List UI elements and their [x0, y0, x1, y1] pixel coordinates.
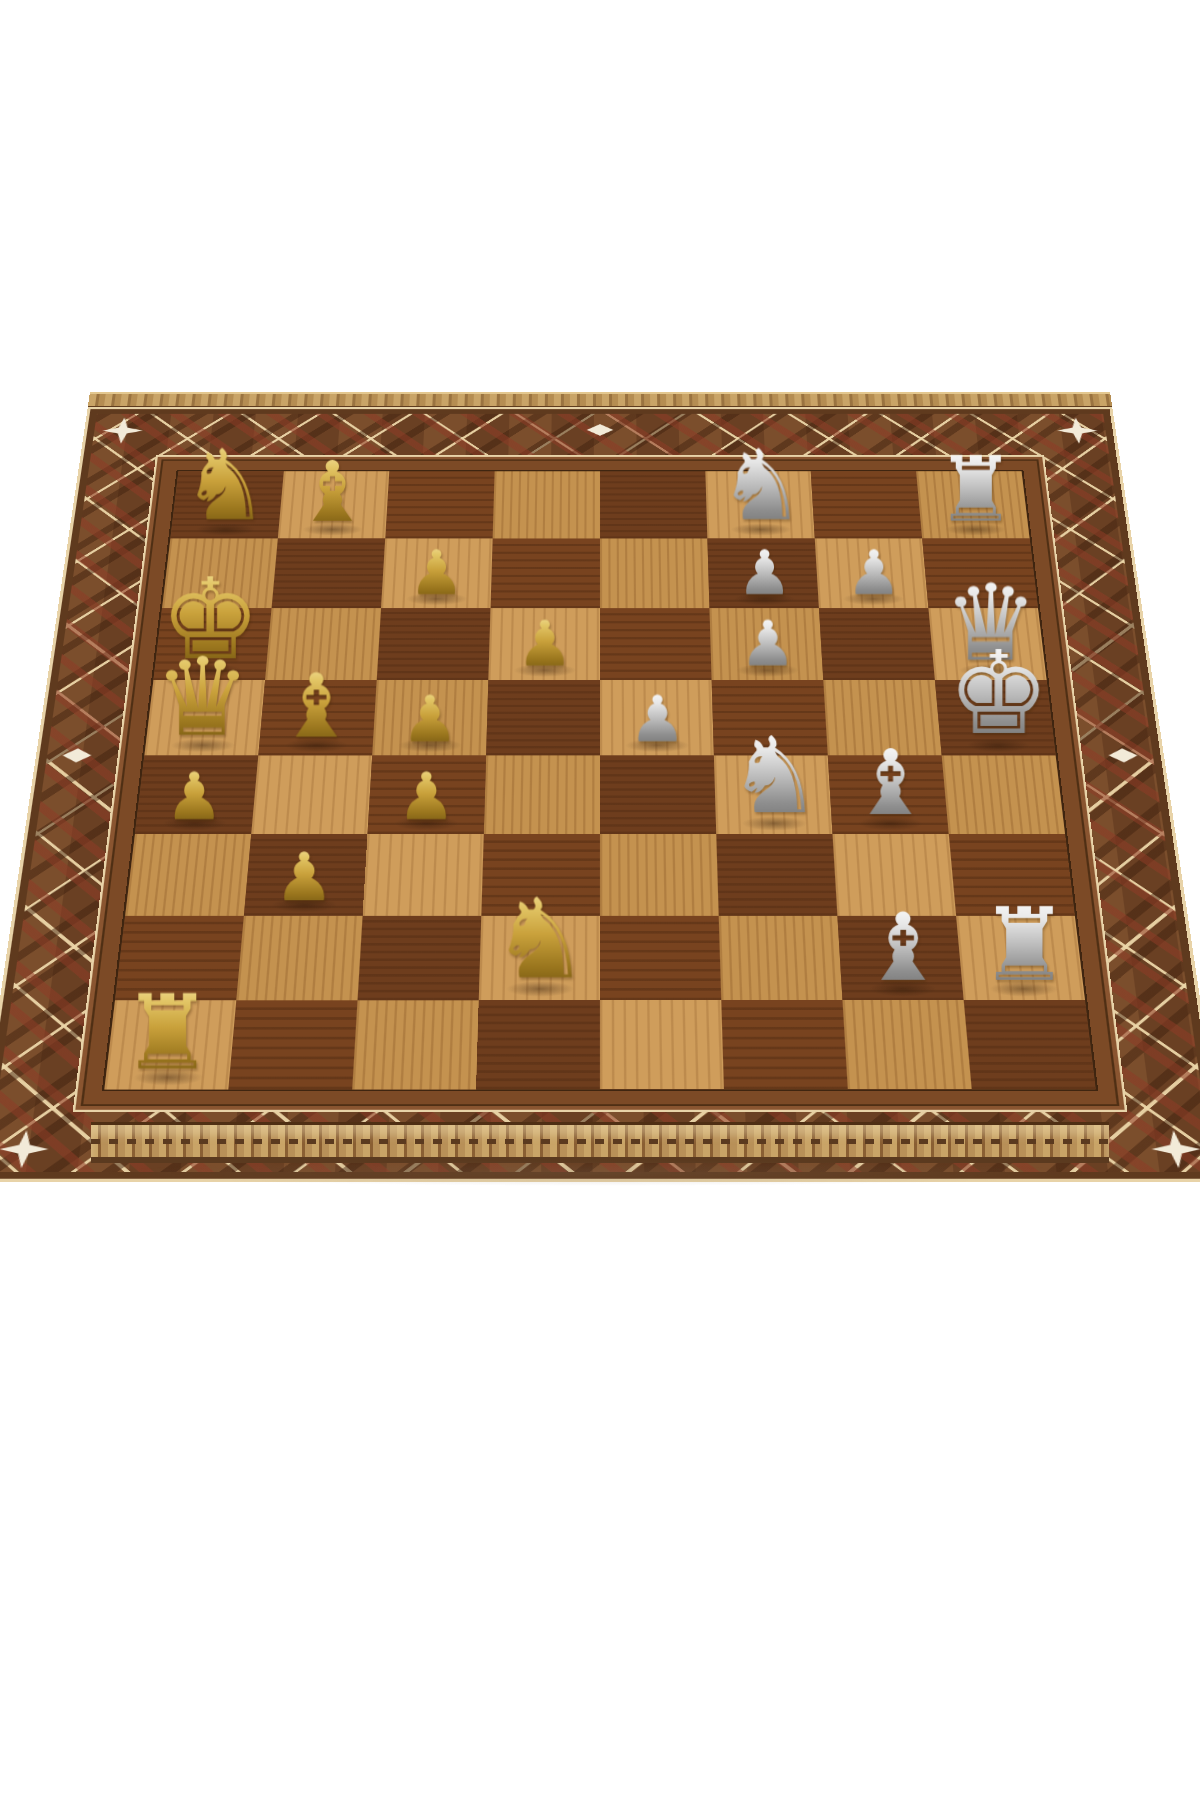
square-d7[interactable]: [491, 538, 600, 608]
square-b3[interactable]: ♟: [244, 834, 368, 916]
square-e7[interactable]: [600, 538, 709, 608]
square-g7[interactable]: ♟: [815, 538, 929, 608]
pearl-star-inlay: [1149, 1130, 1200, 1168]
pearl-diamond-inlay: [1108, 748, 1139, 762]
inner-frame: ♞♝♞♜♟♟♟♚♟♟♛♛♝♟♟♚♟♟♞♝♟♞♝♜♜: [73, 455, 1128, 1111]
square-d2[interactable]: ♞: [479, 915, 600, 1000]
piece-silver-knight-f4[interactable]: ♞: [727, 723, 822, 829]
square-h1[interactable]: [964, 1001, 1096, 1090]
square-e5[interactable]: ♟: [600, 680, 714, 755]
square-a8[interactable]: ♞: [170, 471, 283, 538]
square-d8[interactable]: [493, 471, 600, 538]
square-c2[interactable]: [358, 915, 482, 1000]
piece-silver-bishop-g2[interactable]: ♝: [861, 901, 945, 995]
piece-gold-bishop-b8[interactable]: ♝: [295, 451, 370, 534]
square-f3[interactable]: [716, 834, 837, 916]
square-f6[interactable]: ♟: [709, 608, 823, 680]
piece-silver-pawn-f7[interactable]: ♟: [736, 542, 791, 604]
piece-gold-pawn-b3[interactable]: ♟: [274, 844, 334, 911]
piece-silver-pawn-g7[interactable]: ♟: [846, 542, 901, 604]
square-g4[interactable]: ♝: [828, 755, 949, 833]
square-f8[interactable]: ♞: [705, 471, 814, 538]
piece-silver-rook-h8[interactable]: ♜: [935, 445, 1015, 535]
piece-gold-knight-a8[interactable]: ♞: [181, 436, 269, 534]
square-e2[interactable]: [600, 915, 721, 1000]
piece-silver-rook-h2[interactable]: ♜: [978, 894, 1069, 995]
square-f2[interactable]: [719, 915, 843, 1000]
pearl-star-inlay: [1055, 418, 1099, 444]
piece-gold-rook-a1[interactable]: ♜: [121, 981, 214, 1084]
pearl-diamond-inlay: [587, 424, 613, 436]
piece-silver-king-h5[interactable]: ♚: [947, 636, 1050, 751]
pearl-diamond-inlay: [62, 748, 93, 762]
product-photo-page: ♞♝♞♜♟♟♟♚♟♟♛♛♝♟♟♚♟♟♞♝♟♞♝♜♜: [0, 0, 1200, 1800]
square-d1[interactable]: [476, 1001, 600, 1090]
piece-gold-pawn-c7[interactable]: ♟: [408, 542, 463, 604]
square-b8[interactable]: ♝: [278, 471, 389, 538]
square-g2[interactable]: ♝: [837, 915, 963, 1000]
square-c8[interactable]: [385, 471, 494, 538]
square-c1[interactable]: [352, 1001, 479, 1090]
square-e4[interactable]: [600, 755, 716, 833]
board-far-edge: [88, 392, 1113, 407]
chessboard: ♞♝♞♜♟♟♟♚♟♟♛♛♝♟♟♚♟♟♞♝♟♞♝♜♜: [0, 392, 1200, 1201]
piece-gold-pawn-a4[interactable]: ♟: [164, 764, 223, 829]
pearl-star-inlay: [101, 418, 145, 444]
piece-gold-queen-a5[interactable]: ♛: [153, 643, 250, 751]
square-g1[interactable]: [842, 1001, 971, 1090]
piece-gold-pawn-c5[interactable]: ♟: [401, 687, 458, 751]
square-e3[interactable]: [600, 834, 719, 916]
board-shadow: [100, 1160, 1100, 1186]
square-c3[interactable]: [363, 834, 484, 916]
square-b2[interactable]: [236, 915, 362, 1000]
square-c6[interactable]: [377, 608, 491, 680]
square-b7[interactable]: [272, 538, 386, 608]
checker-grid: ♞♝♞♜♟♟♟♚♟♟♛♛♝♟♟♚♟♟♞♝♟♞♝♜♜: [104, 471, 1095, 1089]
square-f7[interactable]: ♟: [707, 538, 819, 608]
piece-gold-pawn-c4[interactable]: ♟: [397, 764, 456, 829]
square-e1[interactable]: [600, 1001, 724, 1090]
square-d6[interactable]: ♟: [488, 608, 600, 680]
board-side-edge: [91, 1122, 1109, 1163]
square-d5[interactable]: [486, 680, 600, 755]
piece-silver-knight-f8[interactable]: ♞: [717, 436, 805, 534]
piece-gold-pawn-d6[interactable]: ♟: [516, 613, 572, 676]
square-e6[interactable]: [600, 608, 712, 680]
square-g8[interactable]: [811, 471, 922, 538]
square-h4[interactable]: [942, 755, 1065, 833]
piece-gold-bishop-b5[interactable]: ♝: [276, 662, 355, 750]
square-a4[interactable]: ♟: [135, 755, 258, 833]
piece-gold-knight-d2[interactable]: ♞: [490, 885, 589, 996]
square-c7[interactable]: ♟: [381, 538, 493, 608]
square-d4[interactable]: [484, 755, 600, 833]
square-b4[interactable]: [251, 755, 372, 833]
square-c4[interactable]: ♟: [368, 755, 487, 833]
piece-silver-bishop-g4[interactable]: ♝: [850, 739, 931, 829]
piece-silver-pawn-f6[interactable]: ♟: [739, 613, 795, 676]
square-c5[interactable]: ♟: [372, 680, 488, 755]
square-h8[interactable]: ♜: [916, 471, 1029, 538]
mosaic-border: ♞♝♞♜♟♟♟♚♟♟♛♛♝♟♟♚♟♟♞♝♟♞♝♜♜: [0, 407, 1200, 1181]
square-b1[interactable]: [228, 1001, 357, 1090]
square-f4[interactable]: ♞: [714, 755, 833, 833]
square-e8[interactable]: [600, 471, 707, 538]
piece-silver-pawn-e5[interactable]: ♟: [628, 687, 685, 751]
pearl-star-inlay: [0, 1130, 51, 1168]
square-g6[interactable]: [819, 608, 935, 680]
square-a1[interactable]: ♜: [104, 1001, 236, 1090]
square-f1[interactable]: [721, 1001, 848, 1090]
square-h2[interactable]: ♜: [956, 915, 1085, 1000]
square-a5[interactable]: ♛: [144, 680, 265, 755]
square-b5[interactable]: ♝: [258, 680, 376, 755]
square-h5[interactable]: ♚: [935, 680, 1056, 755]
square-a3[interactable]: [125, 834, 251, 916]
